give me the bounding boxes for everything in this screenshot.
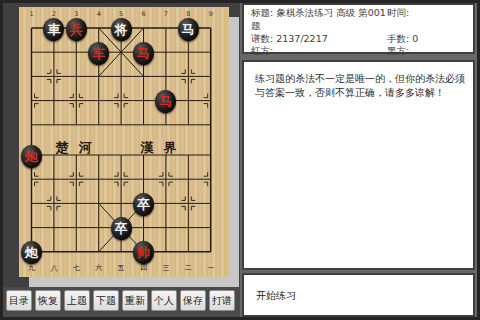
moves-field: 手数:0 bbox=[387, 33, 473, 46]
black-player-field: 黑方: bbox=[387, 45, 473, 58]
svg-text:五: 五 bbox=[118, 264, 125, 272]
toolbar-button-4[interactable]: 重新 bbox=[122, 290, 148, 311]
piece-black-車[interactable]: 車 bbox=[43, 18, 64, 41]
board-region: 123456789九八七六五四三二一楚 河漢 界 車兵将马车马马炮卒卒炮帅 目录… bbox=[3, 3, 240, 317]
svg-text:漢 界: 漢 界 bbox=[140, 140, 180, 155]
piece-red-兵[interactable]: 兵 bbox=[66, 18, 87, 41]
piece-black-卒[interactable]: 卒 bbox=[111, 217, 132, 240]
svg-text:三: 三 bbox=[162, 264, 169, 272]
piece-black-卒[interactable]: 卒 bbox=[133, 193, 154, 216]
piece-red-车[interactable]: 车 bbox=[88, 42, 109, 65]
svg-text:一: 一 bbox=[207, 264, 214, 272]
start-practice-label: 开始练习 bbox=[256, 290, 296, 301]
svg-text:七: 七 bbox=[73, 264, 81, 272]
start-practice-button[interactable]: 开始练习 bbox=[242, 273, 475, 317]
game-info-panel: 标题:象棋杀法练习 高级 第001题 时间: 谱数:2137/2217 手数:0… bbox=[242, 3, 475, 54]
moves-value: 0 bbox=[412, 33, 418, 44]
red-player-label: 红方: bbox=[251, 45, 273, 56]
svg-text:1: 1 bbox=[29, 10, 33, 18]
toolbar-button-2[interactable]: 上题 bbox=[64, 290, 90, 311]
svg-text:楚 河: 楚 河 bbox=[54, 140, 95, 155]
toolbar: 目录恢复上题下题重新个人保存打谱 bbox=[3, 287, 240, 311]
toolbar-button-0[interactable]: 目录 bbox=[6, 290, 32, 311]
xiangqi-board[interactable]: 123456789九八七六五四三二一楚 河漢 界 車兵将马车马马炮卒卒炮帅 bbox=[19, 7, 229, 277]
svg-text:8: 8 bbox=[186, 10, 190, 18]
practice-note-text: 练习题的杀法不一定是唯一的，但你的杀法必须与答案一致，否则不算正确，请多多谅解！ bbox=[255, 72, 465, 100]
svg-text:4: 4 bbox=[97, 10, 101, 18]
svg-text:二: 二 bbox=[185, 264, 192, 272]
svg-text:四: 四 bbox=[140, 264, 147, 272]
svg-text:八: 八 bbox=[50, 264, 57, 272]
time-field: 时间: bbox=[387, 7, 473, 33]
piece-black-马[interactable]: 马 bbox=[178, 18, 199, 41]
count-field: 谱数:2137/2217 bbox=[251, 33, 387, 46]
black-player-label: 黑方: bbox=[387, 45, 409, 56]
svg-text:九: 九 bbox=[28, 264, 35, 272]
time-label: 时间: bbox=[387, 7, 409, 18]
toolbar-button-7[interactable]: 打谱 bbox=[209, 290, 235, 311]
moves-label: 手数: bbox=[387, 33, 409, 44]
svg-text:3: 3 bbox=[74, 10, 78, 18]
svg-text:六: 六 bbox=[95, 264, 102, 272]
piece-red-炮[interactable]: 炮 bbox=[21, 145, 42, 168]
title-label: 标题: bbox=[251, 7, 273, 18]
count-label: 谱数: bbox=[251, 33, 273, 44]
toolbar-button-3[interactable]: 下题 bbox=[93, 290, 119, 311]
svg-text:5: 5 bbox=[119, 10, 123, 18]
info-region: 标题:象棋杀法练习 高级 第001题 时间: 谱数:2137/2217 手数:0… bbox=[240, 3, 477, 317]
svg-text:6: 6 bbox=[141, 10, 145, 18]
svg-text:2: 2 bbox=[52, 10, 56, 18]
piece-black-将[interactable]: 将 bbox=[111, 18, 132, 41]
count-value: 2137/2217 bbox=[276, 33, 328, 44]
svg-text:9: 9 bbox=[209, 10, 213, 18]
title-field: 标题:象棋杀法练习 高级 第001题 bbox=[251, 7, 387, 33]
svg-text:7: 7 bbox=[164, 10, 168, 18]
red-player-field: 红方: bbox=[251, 45, 387, 58]
toolbar-button-1[interactable]: 恢复 bbox=[35, 290, 61, 311]
message-panel: 练习题的杀法不一定是唯一的，但你的杀法必须与答案一致，否则不算正确，请多多谅解！ bbox=[242, 60, 475, 270]
toolbar-button-5[interactable]: 个人 bbox=[151, 290, 177, 311]
toolbar-button-6[interactable]: 保存 bbox=[180, 290, 206, 311]
piece-red-马[interactable]: 马 bbox=[133, 42, 154, 65]
toolbar-band: 目录恢复上题下题重新个人保存打谱 bbox=[3, 287, 240, 317]
